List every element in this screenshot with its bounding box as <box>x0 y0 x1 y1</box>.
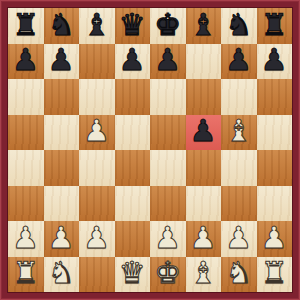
piece-white-pawn[interactable]: ♟ <box>225 223 252 253</box>
square-b4[interactable] <box>44 150 80 186</box>
square-g6[interactable] <box>221 79 257 115</box>
piece-black-pawn[interactable]: ♟ <box>12 45 39 75</box>
square-b5[interactable] <box>44 115 80 151</box>
piece-black-pawn[interactable]: ♟ <box>225 45 252 75</box>
square-a6[interactable] <box>8 79 44 115</box>
piece-black-pawn[interactable]: ♟ <box>261 45 288 75</box>
piece-black-pawn[interactable]: ♟ <box>190 116 217 146</box>
piece-black-pawn[interactable]: ♟ <box>48 45 75 75</box>
square-f4[interactable] <box>186 150 222 186</box>
square-d1[interactable]: ♛ <box>115 257 151 293</box>
square-f8[interactable]: ♝ <box>186 8 222 44</box>
square-g1[interactable]: ♞ <box>221 257 257 293</box>
piece-white-pawn[interactable]: ♟ <box>48 223 75 253</box>
square-e7[interactable]: ♟ <box>150 44 186 80</box>
piece-white-rook[interactable]: ♜ <box>261 258 288 288</box>
square-c2[interactable]: ♟ <box>79 221 115 257</box>
square-h7[interactable]: ♟ <box>257 44 293 80</box>
square-d8[interactable]: ♛ <box>115 8 151 44</box>
square-g2[interactable]: ♟ <box>221 221 257 257</box>
piece-black-rook[interactable]: ♜ <box>261 10 288 40</box>
chess-board: ♜♞♝♛♚♝♞♜♟♟♟♟♟♟♟♟♝♟♟♟♟♟♟♟♜♞♛♚♝♞♜ <box>8 8 292 292</box>
piece-white-knight[interactable]: ♞ <box>225 258 252 288</box>
piece-white-queen[interactable]: ♛ <box>119 258 146 288</box>
square-f1[interactable]: ♝ <box>186 257 222 293</box>
square-h2[interactable]: ♟ <box>257 221 293 257</box>
square-g7[interactable]: ♟ <box>221 44 257 80</box>
piece-black-bishop[interactable]: ♝ <box>190 10 217 40</box>
piece-white-pawn[interactable]: ♟ <box>154 223 181 253</box>
square-f2[interactable]: ♟ <box>186 221 222 257</box>
square-b8[interactable]: ♞ <box>44 8 80 44</box>
piece-black-rook[interactable]: ♜ <box>12 10 39 40</box>
piece-white-pawn[interactable]: ♟ <box>83 223 110 253</box>
square-b7[interactable]: ♟ <box>44 44 80 80</box>
square-e6[interactable] <box>150 79 186 115</box>
piece-white-pawn[interactable]: ♟ <box>12 223 39 253</box>
square-h5[interactable] <box>257 115 293 151</box>
board-frame: ♜♞♝♛♚♝♞♜♟♟♟♟♟♟♟♟♝♟♟♟♟♟♟♟♜♞♛♚♝♞♜ <box>0 0 300 300</box>
square-e8[interactable]: ♚ <box>150 8 186 44</box>
piece-white-rook[interactable]: ♜ <box>12 258 39 288</box>
square-a7[interactable]: ♟ <box>8 44 44 80</box>
square-g3[interactable] <box>221 186 257 222</box>
square-a2[interactable]: ♟ <box>8 221 44 257</box>
square-g5[interactable]: ♝ <box>221 115 257 151</box>
square-h6[interactable] <box>257 79 293 115</box>
square-b3[interactable] <box>44 186 80 222</box>
square-f3[interactable] <box>186 186 222 222</box>
square-c7[interactable] <box>79 44 115 80</box>
square-b2[interactable]: ♟ <box>44 221 80 257</box>
square-g4[interactable] <box>221 150 257 186</box>
square-c5[interactable]: ♟ <box>79 115 115 151</box>
piece-black-bishop[interactable]: ♝ <box>83 10 110 40</box>
piece-white-pawn[interactable]: ♟ <box>83 116 110 146</box>
piece-black-knight[interactable]: ♞ <box>225 10 252 40</box>
piece-black-knight[interactable]: ♞ <box>48 10 75 40</box>
piece-white-pawn[interactable]: ♟ <box>261 223 288 253</box>
square-h4[interactable] <box>257 150 293 186</box>
square-d4[interactable] <box>115 150 151 186</box>
square-e2[interactable]: ♟ <box>150 221 186 257</box>
square-d7[interactable]: ♟ <box>115 44 151 80</box>
piece-black-pawn[interactable]: ♟ <box>154 45 181 75</box>
piece-black-king[interactable]: ♚ <box>154 10 181 40</box>
square-b6[interactable] <box>44 79 80 115</box>
square-d6[interactable] <box>115 79 151 115</box>
square-c1[interactable] <box>79 257 115 293</box>
square-e1[interactable]: ♚ <box>150 257 186 293</box>
square-d5[interactable] <box>115 115 151 151</box>
square-e4[interactable] <box>150 150 186 186</box>
square-d3[interactable] <box>115 186 151 222</box>
square-a8[interactable]: ♜ <box>8 8 44 44</box>
square-f7[interactable] <box>186 44 222 80</box>
piece-white-bishop[interactable]: ♝ <box>225 116 252 146</box>
square-c4[interactable] <box>79 150 115 186</box>
square-d2[interactable] <box>115 221 151 257</box>
square-e5[interactable] <box>150 115 186 151</box>
square-b1[interactable]: ♞ <box>44 257 80 293</box>
square-a5[interactable] <box>8 115 44 151</box>
square-c6[interactable] <box>79 79 115 115</box>
square-a3[interactable] <box>8 186 44 222</box>
piece-white-king[interactable]: ♚ <box>154 258 181 288</box>
square-a4[interactable] <box>8 150 44 186</box>
square-f6[interactable] <box>186 79 222 115</box>
square-h3[interactable] <box>257 186 293 222</box>
square-c8[interactable]: ♝ <box>79 8 115 44</box>
piece-white-pawn[interactable]: ♟ <box>190 223 217 253</box>
piece-black-queen[interactable]: ♛ <box>119 10 146 40</box>
square-h1[interactable]: ♜ <box>257 257 293 293</box>
piece-black-pawn[interactable]: ♟ <box>119 45 146 75</box>
square-e3[interactable] <box>150 186 186 222</box>
square-h8[interactable]: ♜ <box>257 8 293 44</box>
piece-white-bishop[interactable]: ♝ <box>190 258 217 288</box>
square-f5[interactable]: ♟ <box>186 115 222 151</box>
square-c3[interactable] <box>79 186 115 222</box>
square-g8[interactable]: ♞ <box>221 8 257 44</box>
piece-white-knight[interactable]: ♞ <box>48 258 75 288</box>
square-a1[interactable]: ♜ <box>8 257 44 293</box>
